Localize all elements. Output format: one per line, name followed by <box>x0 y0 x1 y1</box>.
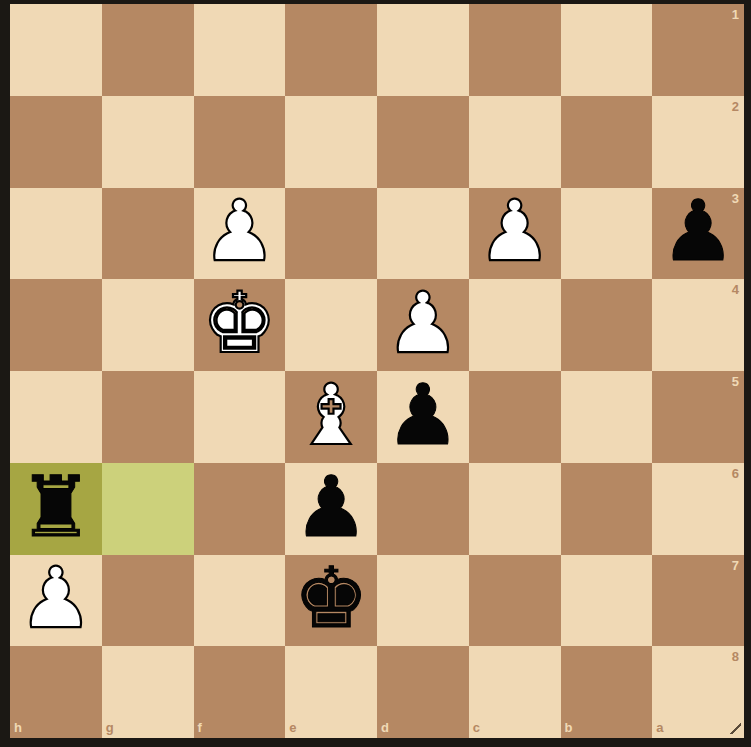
square-b2[interactable] <box>561 96 653 188</box>
rank-label-5: 5 <box>732 375 739 388</box>
square-b3[interactable] <box>561 188 653 280</box>
square-g4[interactable] <box>102 279 194 371</box>
square-e8[interactable]: e <box>285 646 377 738</box>
square-b1[interactable] <box>561 4 653 96</box>
square-e3[interactable] <box>285 188 377 280</box>
square-d8[interactable]: d <box>377 646 469 738</box>
black-pawn[interactable]: ♟ <box>660 189 735 273</box>
square-h4[interactable] <box>10 279 102 371</box>
file-label-f: f <box>198 721 202 734</box>
square-h7[interactable]: ♟ <box>10 555 102 647</box>
file-label-h: h <box>14 721 22 734</box>
file-label-a: a <box>656 721 663 734</box>
square-e6[interactable]: ♟ <box>285 463 377 555</box>
square-a8[interactable]: 8a <box>652 646 744 738</box>
white-pawn[interactable]: ♟ <box>477 189 552 273</box>
square-g5[interactable] <box>102 371 194 463</box>
square-b4[interactable] <box>561 279 653 371</box>
square-a5[interactable]: 5 <box>652 371 744 463</box>
square-c7[interactable] <box>469 555 561 647</box>
square-e5[interactable]: ♝ <box>285 371 377 463</box>
square-d1[interactable] <box>377 4 469 96</box>
square-b5[interactable] <box>561 371 653 463</box>
square-g2[interactable] <box>102 96 194 188</box>
file-label-e: e <box>289 721 296 734</box>
black-pawn[interactable]: ♟ <box>293 465 368 549</box>
square-h8[interactable]: h <box>10 646 102 738</box>
rank-label-7: 7 <box>732 559 739 572</box>
white-bishop[interactable]: ♝ <box>293 373 368 457</box>
square-a1[interactable]: 1 <box>652 4 744 96</box>
square-f8[interactable]: f <box>194 646 286 738</box>
square-c8[interactable]: c <box>469 646 561 738</box>
square-g1[interactable] <box>102 4 194 96</box>
file-label-g: g <box>106 721 114 734</box>
rank-label-4: 4 <box>732 283 739 296</box>
square-a4[interactable]: 4 <box>652 279 744 371</box>
square-d3[interactable] <box>377 188 469 280</box>
square-g3[interactable] <box>102 188 194 280</box>
square-b6[interactable] <box>561 463 653 555</box>
black-king[interactable]: ♚ <box>293 556 368 640</box>
square-a6[interactable]: 6 <box>652 463 744 555</box>
square-c6[interactable] <box>469 463 561 555</box>
square-e2[interactable] <box>285 96 377 188</box>
square-e4[interactable] <box>285 279 377 371</box>
black-pawn[interactable]: ♟ <box>385 373 460 457</box>
square-c2[interactable] <box>469 96 561 188</box>
square-h5[interactable] <box>10 371 102 463</box>
square-h1[interactable] <box>10 4 102 96</box>
square-f1[interactable] <box>194 4 286 96</box>
white-pawn[interactable]: ♟ <box>202 189 277 273</box>
square-f7[interactable] <box>194 555 286 647</box>
square-e1[interactable] <box>285 4 377 96</box>
square-d2[interactable] <box>377 96 469 188</box>
square-e7[interactable]: ♚ <box>285 555 377 647</box>
square-c3[interactable]: ♟ <box>469 188 561 280</box>
square-d5[interactable]: ♟ <box>377 371 469 463</box>
square-g8[interactable]: g <box>102 646 194 738</box>
square-a3[interactable]: 3♟ <box>652 188 744 280</box>
square-f3[interactable]: ♟ <box>194 188 286 280</box>
square-d7[interactable] <box>377 555 469 647</box>
white-king[interactable]: ♚ <box>202 281 277 365</box>
square-d4[interactable]: ♟ <box>377 279 469 371</box>
rank-label-2: 2 <box>732 100 739 113</box>
square-g7[interactable] <box>102 555 194 647</box>
square-g6[interactable] <box>102 463 194 555</box>
chess-board: 12♟♟3♟♚♟4♝♟5♜♟6♟♚7hgfedcb8a <box>10 4 744 738</box>
square-f5[interactable] <box>194 371 286 463</box>
square-a7[interactable]: 7 <box>652 555 744 647</box>
square-f2[interactable] <box>194 96 286 188</box>
square-c5[interactable] <box>469 371 561 463</box>
file-label-d: d <box>381 721 389 734</box>
square-a2[interactable]: 2 <box>652 96 744 188</box>
square-h3[interactable] <box>10 188 102 280</box>
square-b7[interactable] <box>561 555 653 647</box>
square-d6[interactable] <box>377 463 469 555</box>
square-f6[interactable] <box>194 463 286 555</box>
file-label-c: c <box>473 721 480 734</box>
square-c1[interactable] <box>469 4 561 96</box>
square-b8[interactable]: b <box>561 646 653 738</box>
white-pawn[interactable]: ♟ <box>18 556 93 640</box>
rank-label-8: 8 <box>732 650 739 663</box>
square-h2[interactable] <box>10 96 102 188</box>
square-c4[interactable] <box>469 279 561 371</box>
rank-label-1: 1 <box>732 8 739 21</box>
rank-label-6: 6 <box>732 467 739 480</box>
white-pawn[interactable]: ♟ <box>385 281 460 365</box>
black-rook[interactable]: ♜ <box>18 465 93 549</box>
square-h6[interactable]: ♜ <box>10 463 102 555</box>
file-label-b: b <box>565 721 573 734</box>
square-f4[interactable]: ♚ <box>194 279 286 371</box>
